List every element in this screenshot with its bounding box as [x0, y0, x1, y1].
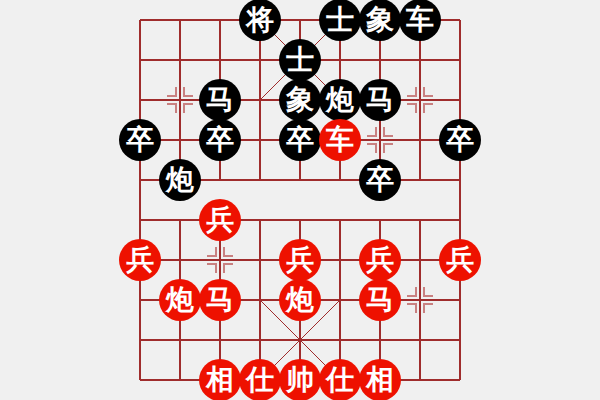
- red-soldier[interactable]: 兵: [279, 239, 321, 281]
- black-soldier[interactable]: 卒: [199, 119, 241, 161]
- black-elephant[interactable]: 象: [279, 79, 321, 121]
- black-soldier[interactable]: 卒: [439, 119, 481, 161]
- red-soldier[interactable]: 兵: [119, 239, 161, 281]
- black-cannon[interactable]: 炮: [319, 79, 361, 121]
- black-advisor[interactable]: 士: [319, 0, 361, 41]
- red-cannon[interactable]: 炮: [159, 279, 201, 321]
- red-soldier[interactable]: 兵: [439, 239, 481, 281]
- black-cannon[interactable]: 炮: [159, 159, 201, 201]
- red-general[interactable]: 帅: [279, 359, 321, 400]
- red-horse[interactable]: 马: [199, 279, 241, 321]
- red-advisor[interactable]: 仕: [239, 359, 281, 400]
- black-horse[interactable]: 马: [199, 79, 241, 121]
- xiangqi-board: 将士象车士马象炮马卒卒卒卒炮卒车兵兵兵兵兵炮马炮马相仕帅仕相: [0, 0, 600, 400]
- black-elephant[interactable]: 象: [359, 0, 401, 41]
- red-horse[interactable]: 马: [359, 279, 401, 321]
- black-general[interactable]: 将: [239, 0, 281, 41]
- pieces-grid: 将士象车士马象炮马卒卒卒卒炮卒车兵兵兵兵兵炮马炮马相仕帅仕相: [120, 0, 480, 400]
- red-elephant[interactable]: 相: [199, 359, 241, 400]
- red-elephant[interactable]: 相: [359, 359, 401, 400]
- black-soldier[interactable]: 卒: [279, 119, 321, 161]
- red-chariot[interactable]: 车: [319, 119, 361, 161]
- black-soldier[interactable]: 卒: [359, 159, 401, 201]
- red-soldier[interactable]: 兵: [199, 199, 241, 241]
- black-horse[interactable]: 马: [359, 79, 401, 121]
- black-chariot[interactable]: 车: [399, 0, 441, 41]
- red-soldier[interactable]: 兵: [359, 239, 401, 281]
- red-advisor[interactable]: 仕: [319, 359, 361, 400]
- black-advisor[interactable]: 士: [279, 39, 321, 81]
- black-soldier[interactable]: 卒: [119, 119, 161, 161]
- red-cannon[interactable]: 炮: [279, 279, 321, 321]
